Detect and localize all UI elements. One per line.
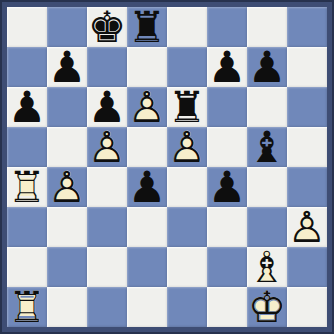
square-h4[interactable]: [287, 167, 327, 207]
piece-black-pawn[interactable]: ♟: [207, 47, 247, 87]
square-f3[interactable]: [207, 207, 247, 247]
square-a1[interactable]: ♜♖: [7, 287, 47, 327]
square-e3[interactable]: [167, 207, 207, 247]
square-b7[interactable]: ♟: [47, 47, 87, 87]
black-pawn-solid-glyph: ♟: [127, 167, 167, 207]
chess-board-frame: ♚♜♟♟♟♟♟♟♙♜♟♙♟♙♝♜♖♟♙♟♟♟♙♝♗♜♖♚♔: [0, 0, 334, 334]
square-a4[interactable]: ♜♖: [7, 167, 47, 207]
piece-black-king[interactable]: ♚: [87, 7, 127, 47]
square-h8[interactable]: [287, 7, 327, 47]
square-d7[interactable]: [127, 47, 167, 87]
square-b1[interactable]: [47, 287, 87, 327]
square-b4[interactable]: ♟♙: [47, 167, 87, 207]
square-c3[interactable]: [87, 207, 127, 247]
piece-black-pawn[interactable]: ♟: [247, 47, 287, 87]
square-g6[interactable]: [247, 87, 287, 127]
piece-black-pawn[interactable]: ♟: [127, 167, 167, 207]
square-a8[interactable]: [7, 7, 47, 47]
square-c7[interactable]: [87, 47, 127, 87]
black-pawn-solid-glyph: ♟: [87, 87, 127, 127]
square-d2[interactable]: [127, 247, 167, 287]
piece-white-pawn[interactable]: ♟♙: [87, 127, 127, 167]
chess-board: ♚♜♟♟♟♟♟♟♙♜♟♙♟♙♝♜♖♟♙♟♟♟♙♝♗♜♖♚♔: [7, 7, 327, 327]
black-rook-solid-glyph: ♜: [127, 7, 167, 47]
square-e5[interactable]: ♟♙: [167, 127, 207, 167]
white-bishop-outline-glyph: ♗: [247, 247, 287, 287]
square-d3[interactable]: [127, 207, 167, 247]
piece-black-pawn[interactable]: ♟: [207, 167, 247, 207]
white-king-outline-glyph: ♔: [247, 287, 287, 327]
black-pawn-solid-glyph: ♟: [47, 47, 87, 87]
square-a7[interactable]: [7, 47, 47, 87]
square-f5[interactable]: [207, 127, 247, 167]
white-pawn-outline-glyph: ♙: [167, 127, 207, 167]
square-c6[interactable]: ♟: [87, 87, 127, 127]
piece-black-pawn[interactable]: ♟: [7, 87, 47, 127]
square-b8[interactable]: [47, 7, 87, 47]
square-g8[interactable]: [247, 7, 287, 47]
black-pawn-solid-glyph: ♟: [207, 47, 247, 87]
piece-white-pawn[interactable]: ♟♙: [47, 167, 87, 207]
piece-white-pawn[interactable]: ♟♙: [287, 207, 327, 247]
square-h5[interactable]: [287, 127, 327, 167]
square-c5[interactable]: ♟♙: [87, 127, 127, 167]
square-d6[interactable]: ♟♙: [127, 87, 167, 127]
square-e6[interactable]: ♜: [167, 87, 207, 127]
black-pawn-solid-glyph: ♟: [207, 167, 247, 207]
piece-white-king[interactable]: ♚♔: [247, 287, 287, 327]
square-c1[interactable]: [87, 287, 127, 327]
square-e2[interactable]: [167, 247, 207, 287]
square-g1[interactable]: ♚♔: [247, 287, 287, 327]
square-f8[interactable]: [207, 7, 247, 47]
piece-white-rook[interactable]: ♜♖: [7, 287, 47, 327]
piece-black-rook[interactable]: ♜: [167, 87, 207, 127]
square-a6[interactable]: ♟: [7, 87, 47, 127]
black-bishop-solid-glyph: ♝: [247, 127, 287, 167]
square-f7[interactable]: ♟: [207, 47, 247, 87]
white-rook-outline-glyph: ♖: [7, 167, 47, 207]
white-pawn-outline-glyph: ♙: [287, 207, 327, 247]
square-b5[interactable]: [47, 127, 87, 167]
piece-white-pawn[interactable]: ♟♙: [167, 127, 207, 167]
square-a5[interactable]: [7, 127, 47, 167]
black-pawn-solid-glyph: ♟: [7, 87, 47, 127]
square-c8[interactable]: ♚: [87, 7, 127, 47]
square-c2[interactable]: [87, 247, 127, 287]
square-c4[interactable]: [87, 167, 127, 207]
piece-black-pawn[interactable]: ♟: [47, 47, 87, 87]
square-d1[interactable]: [127, 287, 167, 327]
black-pawn-solid-glyph: ♟: [247, 47, 287, 87]
square-f4[interactable]: ♟: [207, 167, 247, 207]
square-d8[interactable]: ♜: [127, 7, 167, 47]
square-e4[interactable]: [167, 167, 207, 207]
square-d5[interactable]: [127, 127, 167, 167]
square-h6[interactable]: [287, 87, 327, 127]
piece-white-bishop[interactable]: ♝♗: [247, 247, 287, 287]
square-g7[interactable]: ♟: [247, 47, 287, 87]
square-f1[interactable]: [207, 287, 247, 327]
square-h1[interactable]: [287, 287, 327, 327]
square-g5[interactable]: ♝: [247, 127, 287, 167]
square-e1[interactable]: [167, 287, 207, 327]
white-rook-outline-glyph: ♖: [7, 287, 47, 327]
square-e8[interactable]: [167, 7, 207, 47]
square-a3[interactable]: [7, 207, 47, 247]
square-b6[interactable]: [47, 87, 87, 127]
piece-white-rook[interactable]: ♜♖: [7, 167, 47, 207]
square-b2[interactable]: [47, 247, 87, 287]
white-pawn-outline-glyph: ♙: [127, 87, 167, 127]
square-f2[interactable]: [207, 247, 247, 287]
square-e7[interactable]: [167, 47, 207, 87]
square-f6[interactable]: [207, 87, 247, 127]
square-g2[interactable]: ♝♗: [247, 247, 287, 287]
piece-white-pawn[interactable]: ♟♙: [127, 87, 167, 127]
square-b3[interactable]: [47, 207, 87, 247]
square-a2[interactable]: [7, 247, 47, 287]
square-h3[interactable]: ♟♙: [287, 207, 327, 247]
square-g3[interactable]: [247, 207, 287, 247]
white-pawn-outline-glyph: ♙: [47, 167, 87, 207]
piece-black-rook[interactable]: ♜: [127, 7, 167, 47]
square-d4[interactable]: ♟: [127, 167, 167, 207]
black-king-solid-glyph: ♚: [87, 7, 127, 47]
piece-black-pawn[interactable]: ♟: [87, 87, 127, 127]
square-g4[interactable]: [247, 167, 287, 207]
white-pawn-outline-glyph: ♙: [87, 127, 127, 167]
black-rook-solid-glyph: ♜: [167, 87, 207, 127]
piece-black-bishop[interactable]: ♝: [247, 127, 287, 167]
square-h7[interactable]: [287, 47, 327, 87]
square-h2[interactable]: [287, 247, 327, 287]
